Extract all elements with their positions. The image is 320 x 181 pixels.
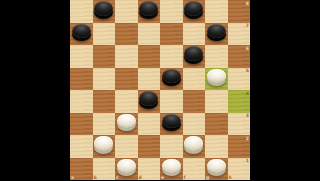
file-label-h: h — [229, 175, 232, 180]
file-label-b: b — [94, 175, 97, 180]
square-g1[interactable]: g — [205, 158, 228, 181]
piece-white-g5[interactable] — [207, 69, 226, 84]
file-label-d: d — [139, 175, 142, 180]
square-e7[interactable] — [160, 23, 183, 46]
app-window: 8765432abcdefg1h — [0, 0, 320, 180]
square-b6[interactable] — [93, 45, 116, 68]
rank-label-7: 7 — [246, 23, 249, 28]
file-label-a: a — [71, 175, 74, 180]
square-a1[interactable]: a — [70, 158, 93, 181]
square-e3[interactable] — [160, 113, 183, 136]
piece-white-e1[interactable] — [162, 159, 181, 174]
square-a6[interactable] — [70, 45, 93, 68]
square-b2[interactable] — [93, 135, 116, 158]
piece-white-f2[interactable] — [184, 136, 203, 151]
piece-black-d4[interactable] — [139, 91, 158, 106]
piece-white-b2[interactable] — [94, 136, 113, 151]
piece-black-e3[interactable] — [162, 114, 181, 129]
square-e4[interactable] — [160, 90, 183, 113]
file-label-e: e — [161, 175, 164, 180]
rank-label-4: 4 — [246, 91, 249, 96]
square-a8[interactable] — [70, 0, 93, 23]
square-g3[interactable] — [205, 113, 228, 136]
square-e2[interactable] — [160, 135, 183, 158]
square-f6[interactable] — [183, 45, 206, 68]
square-g6[interactable] — [205, 45, 228, 68]
square-f8[interactable] — [183, 0, 206, 23]
square-b5[interactable] — [93, 68, 116, 91]
square-f1[interactable]: f — [183, 158, 206, 181]
piece-black-d8[interactable] — [139, 1, 158, 16]
rank-label-6: 6 — [246, 46, 249, 51]
square-e1[interactable]: e — [160, 158, 183, 181]
piece-white-c3[interactable] — [117, 114, 136, 129]
square-e8[interactable] — [160, 0, 183, 23]
square-a5[interactable] — [70, 68, 93, 91]
square-a7[interactable] — [70, 23, 93, 46]
square-c8[interactable] — [115, 0, 138, 23]
piece-black-b8[interactable] — [94, 1, 113, 16]
square-d1[interactable]: d — [138, 158, 161, 181]
square-h7[interactable]: 7 — [228, 23, 251, 46]
square-d4[interactable] — [138, 90, 161, 113]
rank-label-1: 1 — [246, 158, 249, 163]
square-f5[interactable] — [183, 68, 206, 91]
square-d3[interactable] — [138, 113, 161, 136]
square-c1[interactable]: c — [115, 158, 138, 181]
square-d6[interactable] — [138, 45, 161, 68]
square-h3[interactable]: 3 — [228, 113, 251, 136]
square-c7[interactable] — [115, 23, 138, 46]
piece-black-f6[interactable] — [184, 46, 203, 61]
file-label-g: g — [206, 175, 209, 180]
square-c4[interactable] — [115, 90, 138, 113]
square-g5[interactable] — [205, 68, 228, 91]
square-c5[interactable] — [115, 68, 138, 91]
left-letterbox-bar — [0, 0, 70, 180]
square-a3[interactable] — [70, 113, 93, 136]
piece-black-a7[interactable] — [72, 24, 91, 39]
square-d5[interactable] — [138, 68, 161, 91]
square-g2[interactable] — [205, 135, 228, 158]
square-c2[interactable] — [115, 135, 138, 158]
square-d7[interactable] — [138, 23, 161, 46]
square-h5[interactable]: 5 — [228, 68, 251, 91]
rank-label-2: 2 — [246, 136, 249, 141]
square-f7[interactable] — [183, 23, 206, 46]
rank-label-5: 5 — [246, 68, 249, 73]
file-label-c: c — [116, 175, 119, 180]
square-b3[interactable] — [93, 113, 116, 136]
file-label-f: f — [184, 175, 186, 180]
piece-black-f8[interactable] — [184, 1, 203, 16]
square-e5[interactable] — [160, 68, 183, 91]
square-b8[interactable] — [93, 0, 116, 23]
piece-black-e5[interactable] — [162, 69, 181, 84]
square-g7[interactable] — [205, 23, 228, 46]
square-h4[interactable]: 4 — [228, 90, 251, 113]
square-f3[interactable] — [183, 113, 206, 136]
board: 8765432abcdefg1h — [70, 0, 250, 180]
square-a2[interactable] — [70, 135, 93, 158]
piece-black-g7[interactable] — [207, 24, 226, 39]
square-e6[interactable] — [160, 45, 183, 68]
square-a4[interactable] — [70, 90, 93, 113]
rank-label-3: 3 — [246, 113, 249, 118]
square-g4[interactable] — [205, 90, 228, 113]
square-b7[interactable] — [93, 23, 116, 46]
square-c6[interactable] — [115, 45, 138, 68]
rank-label-8: 8 — [246, 1, 249, 6]
square-h2[interactable]: 2 — [228, 135, 251, 158]
square-d8[interactable] — [138, 0, 161, 23]
square-b1[interactable]: b — [93, 158, 116, 181]
square-f2[interactable] — [183, 135, 206, 158]
square-f4[interactable] — [183, 90, 206, 113]
piece-white-c1[interactable] — [117, 159, 136, 174]
square-h1[interactable]: 1h — [228, 158, 251, 181]
piece-white-g1[interactable] — [207, 159, 226, 174]
square-d2[interactable] — [138, 135, 161, 158]
square-h6[interactable]: 6 — [228, 45, 251, 68]
square-c3[interactable] — [115, 113, 138, 136]
square-b4[interactable] — [93, 90, 116, 113]
right-letterbox-bar — [250, 0, 320, 180]
square-g8[interactable] — [205, 0, 228, 23]
square-h8[interactable]: 8 — [228, 0, 251, 23]
